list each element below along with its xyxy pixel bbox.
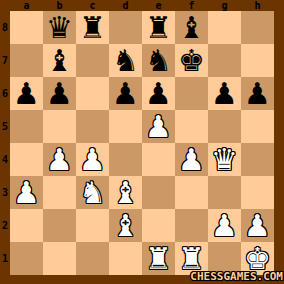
square-d5[interactable]	[109, 110, 142, 143]
white-pawn-piece: ♟	[145, 112, 172, 142]
square-g2[interactable]: ♟	[208, 209, 241, 242]
black-pawn-piece: ♟	[112, 79, 139, 109]
square-e2[interactable]	[142, 209, 175, 242]
white-knight-piece: ♞	[79, 178, 106, 208]
square-c2[interactable]	[76, 209, 109, 242]
white-pawn-piece: ♟	[13, 178, 40, 208]
rank-label-2: 2	[0, 209, 10, 242]
square-e8[interactable]: ♜	[142, 11, 175, 44]
square-a1[interactable]	[10, 242, 43, 275]
black-knight-piece: ♞	[145, 46, 172, 76]
square-d4[interactable]	[109, 143, 142, 176]
square-b6[interactable]: ♟	[43, 77, 76, 110]
square-a7[interactable]	[10, 44, 43, 77]
white-pawn-piece: ♟	[244, 211, 271, 241]
black-pawn-piece: ♟	[13, 79, 40, 109]
rank-label-4: 4	[0, 143, 10, 176]
square-h5[interactable]	[241, 110, 274, 143]
white-rook-piece: ♜	[145, 244, 172, 274]
square-c8[interactable]: ♜	[76, 11, 109, 44]
square-c3[interactable]: ♞	[76, 176, 109, 209]
square-c4[interactable]: ♟	[76, 143, 109, 176]
black-pawn-piece: ♟	[211, 79, 238, 109]
black-rook-piece: ♜	[145, 13, 172, 43]
square-b3[interactable]	[43, 176, 76, 209]
black-pawn-piece: ♟	[145, 79, 172, 109]
square-e3[interactable]	[142, 176, 175, 209]
black-pawn-piece: ♟	[244, 79, 271, 109]
square-f6[interactable]	[175, 77, 208, 110]
white-pawn-piece: ♟	[178, 145, 205, 175]
chess-board-diagram: abcdefgh 87654321 ♛♜♜♝♝♞♞♚♟♟♟♟♟♟♟♟♟♟♛♟♞♝…	[0, 0, 284, 284]
square-e1[interactable]: ♜	[142, 242, 175, 275]
square-g8[interactable]	[208, 11, 241, 44]
square-b5[interactable]	[43, 110, 76, 143]
square-h2[interactable]: ♟	[241, 209, 274, 242]
rank-label-8: 8	[0, 11, 10, 44]
square-e7[interactable]: ♞	[142, 44, 175, 77]
square-d8[interactable]	[109, 11, 142, 44]
square-a2[interactable]	[10, 209, 43, 242]
file-label-d: d	[109, 0, 142, 11]
square-a5[interactable]	[10, 110, 43, 143]
square-c7[interactable]	[76, 44, 109, 77]
square-h4[interactable]	[241, 143, 274, 176]
square-g3[interactable]	[208, 176, 241, 209]
rank-labels: 87654321	[0, 11, 10, 275]
white-bishop-piece: ♝	[112, 211, 139, 241]
square-g5[interactable]	[208, 110, 241, 143]
black-bishop-piece: ♝	[46, 46, 73, 76]
black-king-piece: ♚	[178, 46, 205, 76]
square-a8[interactable]	[10, 11, 43, 44]
square-g4[interactable]: ♛	[208, 143, 241, 176]
black-pawn-piece: ♟	[46, 79, 73, 109]
square-h7[interactable]	[241, 44, 274, 77]
white-king-piece: ♚	[244, 244, 271, 274]
square-a3[interactable]: ♟	[10, 176, 43, 209]
square-e4[interactable]	[142, 143, 175, 176]
white-pawn-piece: ♟	[79, 145, 106, 175]
square-d2[interactable]: ♝	[109, 209, 142, 242]
black-rook-piece: ♜	[79, 13, 106, 43]
white-rook-piece: ♜	[178, 244, 205, 274]
white-pawn-piece: ♟	[211, 211, 238, 241]
square-b4[interactable]: ♟	[43, 143, 76, 176]
square-c5[interactable]	[76, 110, 109, 143]
square-d3[interactable]: ♝	[109, 176, 142, 209]
square-d1[interactable]	[109, 242, 142, 275]
square-f7[interactable]: ♚	[175, 44, 208, 77]
square-b1[interactable]	[43, 242, 76, 275]
square-c6[interactable]	[76, 77, 109, 110]
square-e6[interactable]: ♟	[142, 77, 175, 110]
white-pawn-piece: ♟	[46, 145, 73, 175]
white-queen-piece: ♛	[211, 145, 238, 175]
square-b7[interactable]: ♝	[43, 44, 76, 77]
file-label-h: h	[241, 0, 274, 11]
black-knight-piece: ♞	[112, 46, 139, 76]
square-b8[interactable]: ♛	[43, 11, 76, 44]
rank-label-5: 5	[0, 110, 10, 143]
black-bishop-piece: ♝	[178, 13, 205, 43]
file-label-a: a	[10, 0, 43, 11]
square-f3[interactable]	[175, 176, 208, 209]
white-bishop-piece: ♝	[112, 178, 139, 208]
square-e5[interactable]: ♟	[142, 110, 175, 143]
square-b2[interactable]	[43, 209, 76, 242]
square-g6[interactable]: ♟	[208, 77, 241, 110]
square-h6[interactable]: ♟	[241, 77, 274, 110]
square-f2[interactable]	[175, 209, 208, 242]
square-f8[interactable]: ♝	[175, 11, 208, 44]
rank-label-7: 7	[0, 44, 10, 77]
file-label-g: g	[208, 0, 241, 11]
chess-board: ♛♜♜♝♝♞♞♚♟♟♟♟♟♟♟♟♟♟♛♟♞♝♝♟♟♜♜♚	[10, 11, 274, 275]
square-g7[interactable]	[208, 44, 241, 77]
square-a4[interactable]	[10, 143, 43, 176]
square-d6[interactable]: ♟	[109, 77, 142, 110]
rank-label-6: 6	[0, 77, 10, 110]
site-watermark: CHESSGAMES.COM	[190, 270, 283, 283]
square-d7[interactable]: ♞	[109, 44, 142, 77]
square-f4[interactable]: ♟	[175, 143, 208, 176]
rank-label-3: 3	[0, 176, 10, 209]
square-h8[interactable]	[241, 11, 274, 44]
square-f5[interactable]	[175, 110, 208, 143]
black-queen-piece: ♛	[46, 13, 73, 43]
square-c1[interactable]	[76, 242, 109, 275]
rank-label-1: 1	[0, 242, 10, 275]
square-a6[interactable]: ♟	[10, 77, 43, 110]
square-h3[interactable]	[241, 176, 274, 209]
